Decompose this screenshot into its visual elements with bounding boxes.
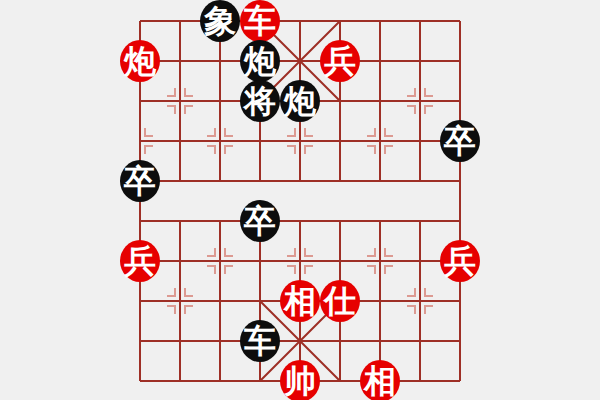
board-point: 仕 [320, 281, 360, 321]
black-cannon[interactable]: 炮 [280, 80, 320, 122]
red-elephant[interactable]: 相 [360, 360, 400, 400]
red-elephant[interactable]: 相 [280, 280, 320, 322]
red-soldier[interactable]: 兵 [320, 40, 360, 82]
board-point: 兵 [320, 41, 360, 81]
board-point: 将 [240, 81, 280, 121]
board-point: 帅 [280, 361, 320, 400]
board-point: 兵 [120, 241, 160, 281]
board-point: 卒 [120, 161, 160, 201]
board-point: 炮 [240, 41, 280, 81]
red-cannon[interactable]: 炮 [120, 40, 160, 82]
black-chariot[interactable]: 车 [240, 320, 280, 362]
board-point: 兵 [440, 241, 480, 281]
board-point: 相 [360, 361, 400, 400]
red-chariot[interactable]: 车 [240, 0, 280, 42]
black-elephant[interactable]: 象 [200, 0, 240, 42]
red-general[interactable]: 帅 [280, 360, 320, 400]
black-soldier[interactable]: 卒 [440, 120, 480, 162]
red-advisor[interactable]: 仕 [320, 280, 360, 322]
board-point: 相 [280, 281, 320, 321]
board-point: 象 [200, 1, 240, 41]
black-soldier[interactable]: 卒 [240, 200, 280, 242]
board-point: 卒 [440, 121, 480, 161]
xiangqi-app: 象车炮炮兵将炮卒卒卒兵兵相仕车帅相 [0, 0, 600, 400]
board-point: 炮 [120, 41, 160, 81]
red-soldier[interactable]: 兵 [440, 240, 480, 282]
board-point: 车 [240, 321, 280, 361]
black-general[interactable]: 将 [240, 80, 280, 122]
board-point: 炮 [280, 81, 320, 121]
board-point: 卒 [240, 201, 280, 241]
xiangqi-board[interactable]: 象车炮炮兵将炮卒卒卒兵兵相仕车帅相 [120, 1, 480, 400]
black-cannon[interactable]: 炮 [240, 40, 280, 82]
red-soldier[interactable]: 兵 [120, 240, 160, 282]
board-point: 车 [240, 1, 280, 41]
black-soldier[interactable]: 卒 [120, 160, 160, 202]
